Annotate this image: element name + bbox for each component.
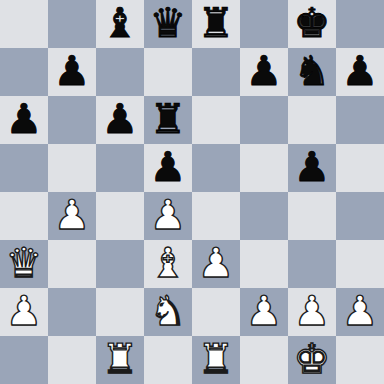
square-f2[interactable]: ♟ — [240, 288, 288, 336]
square-d7[interactable] — [144, 48, 192, 96]
square-b8[interactable] — [48, 0, 96, 48]
white-rook-e1[interactable]: ♜ — [198, 335, 235, 383]
square-b7[interactable]: ♟ — [48, 48, 96, 96]
square-d6[interactable]: ♜ — [144, 96, 192, 144]
white-queen-a3[interactable]: ♛ — [6, 239, 43, 287]
square-g7[interactable]: ♞ — [288, 48, 336, 96]
square-a3[interactable]: ♛ — [0, 240, 48, 288]
white-pawn-h2[interactable]: ♟ — [342, 287, 379, 335]
square-c4[interactable] — [96, 192, 144, 240]
square-b1[interactable] — [48, 336, 96, 384]
white-pawn-g2[interactable]: ♟ — [294, 287, 331, 335]
chess-board: ♝♛♜♚♟♟♞♟♟♟♜♟♟♟♟♛♝♟♟♞♟♟♟♜♜♚ — [0, 0, 384, 384]
square-g1[interactable]: ♚ — [288, 336, 336, 384]
white-pawn-f2[interactable]: ♟ — [246, 287, 283, 335]
square-h8[interactable] — [336, 0, 384, 48]
square-g3[interactable] — [288, 240, 336, 288]
square-h4[interactable] — [336, 192, 384, 240]
square-c1[interactable]: ♜ — [96, 336, 144, 384]
black-king-g8[interactable]: ♚ — [294, 0, 331, 47]
square-f4[interactable] — [240, 192, 288, 240]
square-e6[interactable] — [192, 96, 240, 144]
black-pawn-f7[interactable]: ♟ — [246, 47, 283, 95]
square-h3[interactable] — [336, 240, 384, 288]
white-bishop-d3[interactable]: ♝ — [150, 239, 187, 287]
square-g2[interactable]: ♟ — [288, 288, 336, 336]
square-h1[interactable] — [336, 336, 384, 384]
square-a6[interactable]: ♟ — [0, 96, 48, 144]
square-a7[interactable] — [0, 48, 48, 96]
white-king-g1[interactable]: ♚ — [294, 335, 331, 383]
square-f5[interactable] — [240, 144, 288, 192]
black-pawn-h7[interactable]: ♟ — [342, 47, 379, 95]
square-d3[interactable]: ♝ — [144, 240, 192, 288]
square-e7[interactable] — [192, 48, 240, 96]
square-c5[interactable] — [96, 144, 144, 192]
square-d5[interactable]: ♟ — [144, 144, 192, 192]
square-a2[interactable]: ♟ — [0, 288, 48, 336]
square-g5[interactable]: ♟ — [288, 144, 336, 192]
square-c3[interactable] — [96, 240, 144, 288]
square-h5[interactable] — [336, 144, 384, 192]
square-d8[interactable]: ♛ — [144, 0, 192, 48]
black-knight-g7[interactable]: ♞ — [294, 47, 331, 95]
square-g6[interactable] — [288, 96, 336, 144]
black-rook-e8[interactable]: ♜ — [198, 0, 235, 47]
white-knight-d2[interactable]: ♞ — [150, 287, 187, 335]
square-h2[interactable]: ♟ — [336, 288, 384, 336]
square-c6[interactable]: ♟ — [96, 96, 144, 144]
square-a4[interactable] — [0, 192, 48, 240]
square-e2[interactable] — [192, 288, 240, 336]
square-d1[interactable] — [144, 336, 192, 384]
white-pawn-a2[interactable]: ♟ — [6, 287, 43, 335]
white-pawn-b4[interactable]: ♟ — [54, 191, 91, 239]
square-e8[interactable]: ♜ — [192, 0, 240, 48]
black-queen-d8[interactable]: ♛ — [150, 0, 187, 47]
square-c2[interactable] — [96, 288, 144, 336]
square-a5[interactable] — [0, 144, 48, 192]
square-c8[interactable]: ♝ — [96, 0, 144, 48]
square-e3[interactable]: ♟ — [192, 240, 240, 288]
square-f3[interactable] — [240, 240, 288, 288]
square-b5[interactable] — [48, 144, 96, 192]
square-b4[interactable]: ♟ — [48, 192, 96, 240]
square-g4[interactable] — [288, 192, 336, 240]
black-pawn-c6[interactable]: ♟ — [102, 95, 139, 143]
square-f8[interactable] — [240, 0, 288, 48]
black-pawn-a6[interactable]: ♟ — [6, 95, 43, 143]
square-h7[interactable]: ♟ — [336, 48, 384, 96]
square-e4[interactable] — [192, 192, 240, 240]
black-pawn-d5[interactable]: ♟ — [150, 143, 187, 191]
black-pawn-g5[interactable]: ♟ — [294, 143, 331, 191]
square-a1[interactable] — [0, 336, 48, 384]
square-e1[interactable]: ♜ — [192, 336, 240, 384]
square-d4[interactable]: ♟ — [144, 192, 192, 240]
white-pawn-d4[interactable]: ♟ — [150, 191, 187, 239]
square-f1[interactable] — [240, 336, 288, 384]
square-c7[interactable] — [96, 48, 144, 96]
square-b2[interactable] — [48, 288, 96, 336]
square-h6[interactable] — [336, 96, 384, 144]
black-rook-d6[interactable]: ♜ — [150, 95, 187, 143]
square-a8[interactable] — [0, 0, 48, 48]
black-pawn-b7[interactable]: ♟ — [54, 47, 91, 95]
square-d2[interactable]: ♞ — [144, 288, 192, 336]
white-pawn-e3[interactable]: ♟ — [198, 239, 235, 287]
square-f6[interactable] — [240, 96, 288, 144]
square-e5[interactable] — [192, 144, 240, 192]
square-b3[interactable] — [48, 240, 96, 288]
square-f7[interactable]: ♟ — [240, 48, 288, 96]
white-rook-c1[interactable]: ♜ — [102, 335, 139, 383]
square-b6[interactable] — [48, 96, 96, 144]
black-bishop-c8[interactable]: ♝ — [102, 0, 139, 47]
square-g8[interactable]: ♚ — [288, 0, 336, 48]
